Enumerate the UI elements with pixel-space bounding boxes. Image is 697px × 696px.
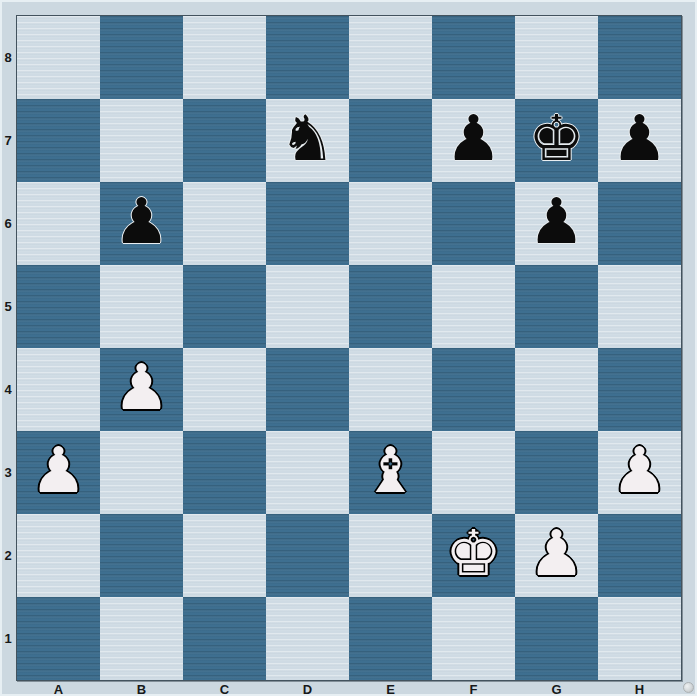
square-f4[interactable] [432,348,515,431]
square-a6[interactable] [17,182,100,265]
file-label-a: A [17,682,100,696]
rank-label-1: 1 [1,597,15,680]
black-pawn-f7[interactable]: ♟ [445,107,501,170]
square-c7[interactable] [183,99,266,182]
square-h6[interactable] [598,182,681,265]
square-c1[interactable] [183,597,266,680]
white-pawn-a3[interactable]: ♟ [30,439,86,502]
square-b3[interactable] [100,431,183,514]
square-g2[interactable]: ♟ [515,514,598,597]
rank-label-4: 4 [1,348,15,431]
square-h3[interactable]: ♟ [598,431,681,514]
square-h4[interactable] [598,348,681,431]
square-f8[interactable] [432,16,515,99]
rank-label-3: 3 [1,431,15,514]
black-pawn-h7[interactable]: ♟ [611,107,667,170]
white-bishop-e3[interactable]: ♝ [362,439,418,502]
square-g3[interactable] [515,431,598,514]
square-h5[interactable] [598,265,681,348]
square-e2[interactable] [349,514,432,597]
chess-board: ♞♟♚♟♟♟♟♟♝♟♚♟ [16,15,682,681]
square-g6[interactable]: ♟ [515,182,598,265]
square-a7[interactable] [17,99,100,182]
square-h7[interactable]: ♟ [598,99,681,182]
square-g7[interactable]: ♚ [515,99,598,182]
square-c2[interactable] [183,514,266,597]
square-g8[interactable] [515,16,598,99]
file-label-d: D [266,682,349,696]
square-c3[interactable] [183,431,266,514]
square-a1[interactable] [17,597,100,680]
square-e3[interactable]: ♝ [349,431,432,514]
square-d3[interactable] [266,431,349,514]
rank-label-7: 7 [1,99,15,182]
square-d6[interactable] [266,182,349,265]
square-a3[interactable]: ♟ [17,431,100,514]
square-f1[interactable] [432,597,515,680]
rank-label-2: 2 [1,514,15,597]
square-b6[interactable]: ♟ [100,182,183,265]
square-b1[interactable] [100,597,183,680]
square-g4[interactable] [515,348,598,431]
square-g1[interactable] [515,597,598,680]
square-a4[interactable] [17,348,100,431]
square-c5[interactable] [183,265,266,348]
rank-label-8: 8 [1,16,15,99]
white-pawn-b4[interactable]: ♟ [113,356,169,419]
square-a5[interactable] [17,265,100,348]
square-f5[interactable] [432,265,515,348]
square-e4[interactable] [349,348,432,431]
black-pawn-b6[interactable]: ♟ [113,190,169,253]
square-a8[interactable] [17,16,100,99]
resize-handle[interactable] [683,682,694,693]
square-g5[interactable] [515,265,598,348]
white-pawn-g2[interactable]: ♟ [528,522,584,585]
file-label-g: G [515,682,598,696]
square-d1[interactable] [266,597,349,680]
square-e1[interactable] [349,597,432,680]
file-label-b: B [100,682,183,696]
square-c4[interactable] [183,348,266,431]
square-f6[interactable] [432,182,515,265]
file-label-f: F [432,682,515,696]
black-king-g7[interactable]: ♚ [528,107,584,170]
square-b5[interactable] [100,265,183,348]
square-d4[interactable] [266,348,349,431]
square-d2[interactable] [266,514,349,597]
file-label-c: C [183,682,266,696]
square-h2[interactable] [598,514,681,597]
rank-label-5: 5 [1,265,15,348]
white-pawn-h3[interactable]: ♟ [611,439,667,502]
square-b8[interactable] [100,16,183,99]
square-e8[interactable] [349,16,432,99]
square-a2[interactable] [17,514,100,597]
square-b2[interactable] [100,514,183,597]
black-knight-d7[interactable]: ♞ [279,107,335,170]
chess-diagram-page: ♞♟♚♟♟♟♟♟♝♟♚♟ 87654321 ABCDEFGH [0,0,697,696]
square-d8[interactable] [266,16,349,99]
square-f3[interactable] [432,431,515,514]
square-d7[interactable]: ♞ [266,99,349,182]
square-f7[interactable]: ♟ [432,99,515,182]
square-e5[interactable] [349,265,432,348]
square-d5[interactable] [266,265,349,348]
square-e6[interactable] [349,182,432,265]
square-f2[interactable]: ♚ [432,514,515,597]
square-b7[interactable] [100,99,183,182]
square-e7[interactable] [349,99,432,182]
black-pawn-g6[interactable]: ♟ [528,190,584,253]
square-h1[interactable] [598,597,681,680]
file-label-e: E [349,682,432,696]
file-label-h: H [598,682,681,696]
rank-label-6: 6 [1,182,15,265]
white-king-f2[interactable]: ♚ [445,522,501,585]
square-c6[interactable] [183,182,266,265]
square-b4[interactable]: ♟ [100,348,183,431]
square-h8[interactable] [598,16,681,99]
square-c8[interactable] [183,16,266,99]
